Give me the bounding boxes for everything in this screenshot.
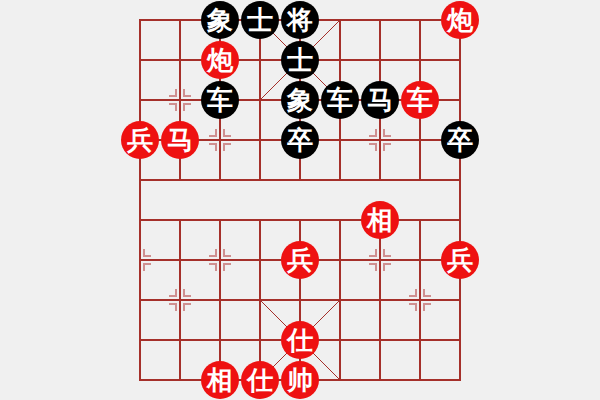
black-advisor[interactable]: 士 [281,41,319,79]
red-soldier[interactable]: 兵 [281,241,319,279]
red-advisor[interactable]: 仕 [281,321,319,359]
black-chariot[interactable]: 车 [321,81,359,119]
black-elephant[interactable]: 象 [281,81,319,119]
red-soldier[interactable]: 兵 [441,241,479,279]
red-cannon[interactable]: 炮 [441,1,479,39]
red-elephant[interactable]: 相 [361,201,399,239]
black-general[interactable]: 将 [281,1,319,39]
red-advisor[interactable]: 仕 [241,361,279,399]
black-soldier[interactable]: 卒 [281,121,319,159]
red-elephant[interactable]: 相 [201,361,239,399]
black-elephant[interactable]: 象 [201,1,239,39]
red-general[interactable]: 帅 [281,361,319,399]
red-cannon[interactable]: 炮 [201,41,239,79]
red-chariot[interactable]: 车 [401,81,439,119]
xiangqi-board[interactable]: 象士将炮炮士车象车马车兵马卒卒相兵兵仕相仕帅 [0,0,600,400]
black-advisor[interactable]: 士 [241,1,279,39]
black-chariot[interactable]: 车 [201,81,239,119]
pieces-layer: 象士将炮炮士车象车马车兵马卒卒相兵兵仕相仕帅 [120,0,480,400]
red-horse[interactable]: 马 [161,121,199,159]
black-soldier[interactable]: 卒 [441,121,479,159]
black-horse[interactable]: 马 [361,81,399,119]
red-soldier[interactable]: 兵 [121,121,159,159]
